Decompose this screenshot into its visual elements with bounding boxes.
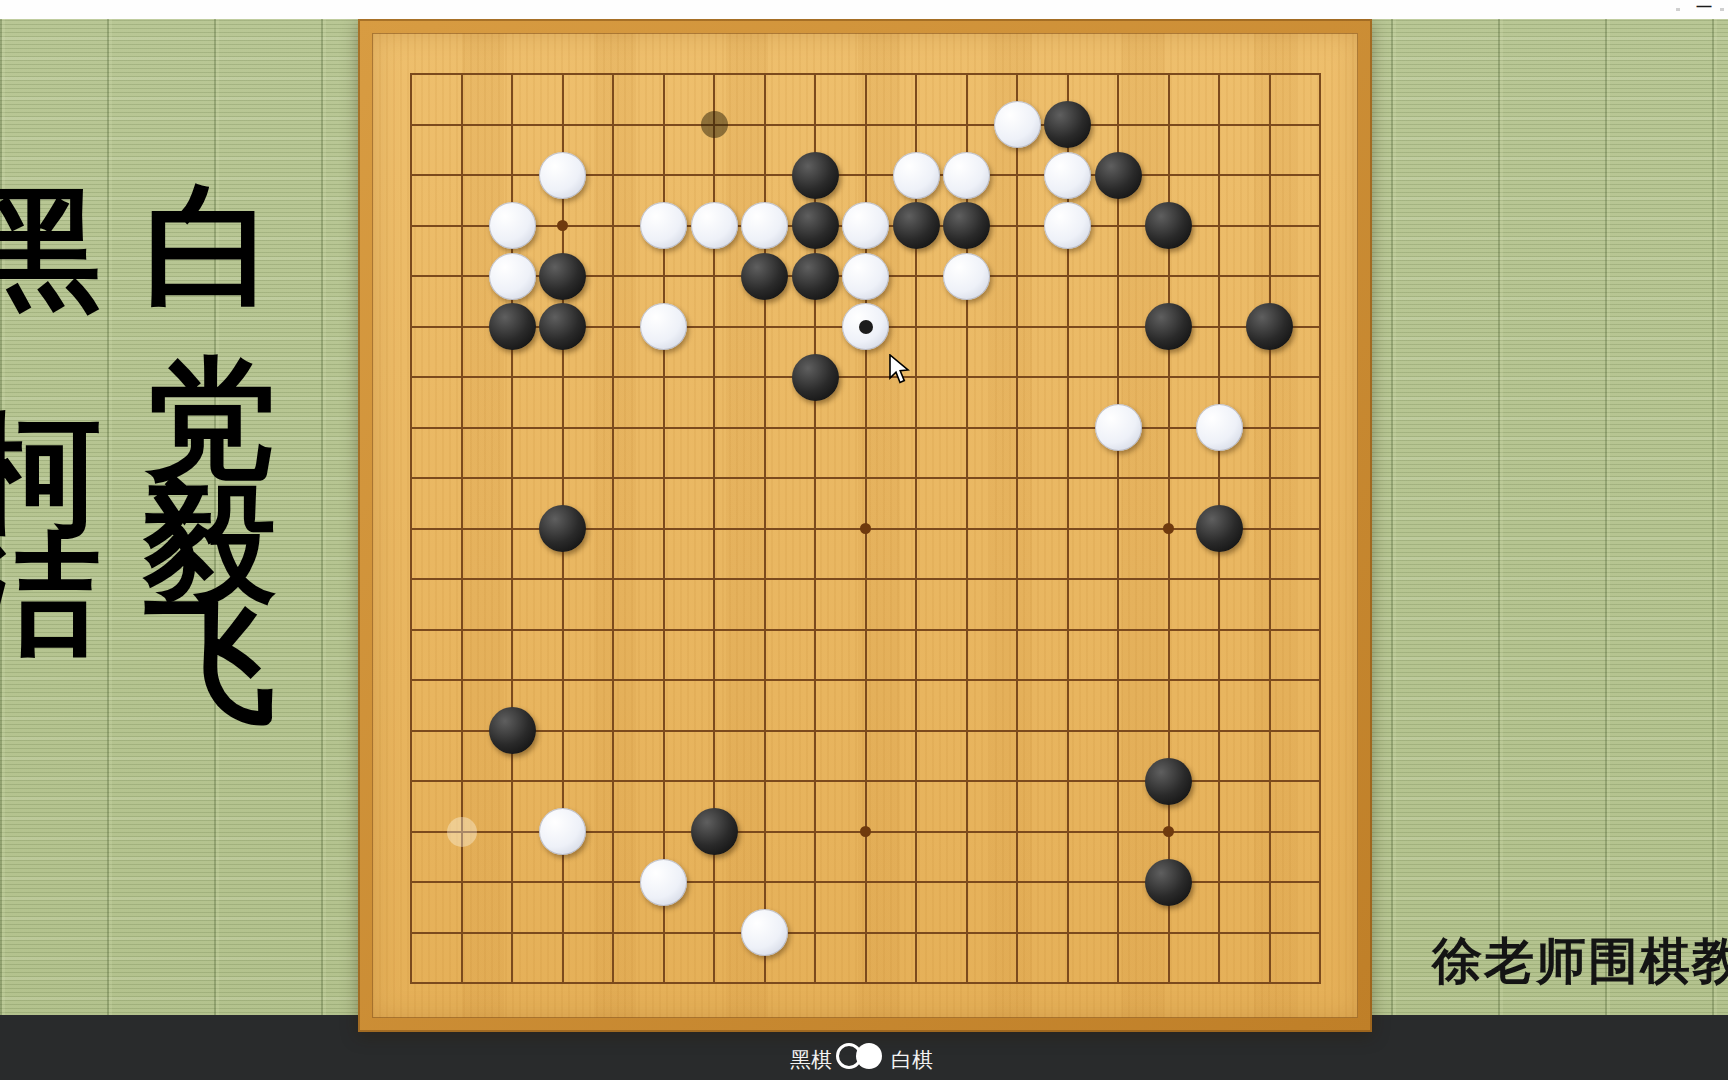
black-stone <box>893 202 940 249</box>
white-stone <box>893 152 940 199</box>
black-stone <box>1145 758 1192 805</box>
hoshi-point <box>860 523 871 534</box>
player-label-char: 白 <box>135 181 285 313</box>
minimize-button[interactable]: — <box>1690 0 1718 17</box>
black-stone <box>1095 152 1142 199</box>
hoshi-point <box>1163 523 1174 534</box>
white-stone <box>842 202 889 249</box>
hoshi-point <box>860 826 871 837</box>
white-stone <box>640 303 687 350</box>
white-stone <box>539 152 586 199</box>
grid-line <box>410 679 1321 681</box>
black-stone <box>691 808 738 855</box>
white-stone <box>489 253 536 300</box>
go-board <box>358 19 1372 1032</box>
toggle-label-black: 黑棋 <box>790 1046 832 1074</box>
board-surface[interactable] <box>372 33 1358 1018</box>
titlebar-mark <box>1676 8 1680 11</box>
ghost-white-marker <box>447 817 477 847</box>
white-stone <box>741 909 788 956</box>
white-stone <box>943 152 990 199</box>
player-label-char: 洁 <box>0 529 110 661</box>
toggle-label-white: 白棋 <box>891 1046 933 1074</box>
black-stone <box>1196 505 1243 552</box>
black-stone <box>792 253 839 300</box>
white-stone <box>1196 404 1243 451</box>
black-stone <box>741 253 788 300</box>
stone-color-toggle[interactable] <box>836 1043 884 1071</box>
black-stone <box>1145 303 1192 350</box>
grid-line <box>410 578 1321 580</box>
black-stone <box>539 253 586 300</box>
white-stone <box>691 202 738 249</box>
watermark-text: 徐老师围棋教室 <box>1432 928 1728 995</box>
grid-line <box>410 932 1321 934</box>
white-stone <box>943 253 990 300</box>
white-stone <box>489 202 536 249</box>
grid-line <box>1269 73 1271 984</box>
white-stone <box>994 101 1041 148</box>
black-stone <box>1145 202 1192 249</box>
white-stone <box>1095 404 1142 451</box>
white-stone <box>741 202 788 249</box>
grid-line <box>1319 73 1321 984</box>
grid-line <box>410 629 1321 631</box>
white-stone <box>1044 152 1091 199</box>
black-stone <box>1044 101 1091 148</box>
player-label-char: 黑 <box>0 184 110 316</box>
black-stone <box>792 354 839 401</box>
player-label-char: 飞 <box>135 596 285 728</box>
white-stone <box>640 859 687 906</box>
black-stone <box>539 303 586 350</box>
grid-line <box>410 982 1321 984</box>
black-stone <box>539 505 586 552</box>
ghost-black-marker <box>701 111 728 138</box>
player-label-char: 党 <box>135 354 285 486</box>
white-stone <box>640 202 687 249</box>
white-stone <box>1044 202 1091 249</box>
toggle-white-knob-icon <box>856 1043 882 1069</box>
black-stone <box>792 202 839 249</box>
grid-line <box>1016 73 1018 984</box>
black-stone <box>489 303 536 350</box>
grid-line <box>1117 73 1119 984</box>
hoshi-point <box>557 220 568 231</box>
white-stone <box>842 303 889 350</box>
last-move-marker <box>859 320 873 334</box>
app-window: — 黑柯洁 白党毅飞 徐老师围棋教室 黑棋 白棋 <box>0 0 1728 1080</box>
titlebar: — <box>0 0 1728 19</box>
black-stone <box>489 707 536 754</box>
mouse-cursor-icon <box>887 354 911 386</box>
black-stone <box>1145 859 1192 906</box>
hoshi-point <box>1163 826 1174 837</box>
titlebar-mark <box>1720 8 1724 11</box>
white-stone <box>539 808 586 855</box>
grid-line <box>410 730 1321 732</box>
white-stone <box>842 253 889 300</box>
black-stone <box>943 202 990 249</box>
black-stone <box>1246 303 1293 350</box>
black-stone <box>792 152 839 199</box>
